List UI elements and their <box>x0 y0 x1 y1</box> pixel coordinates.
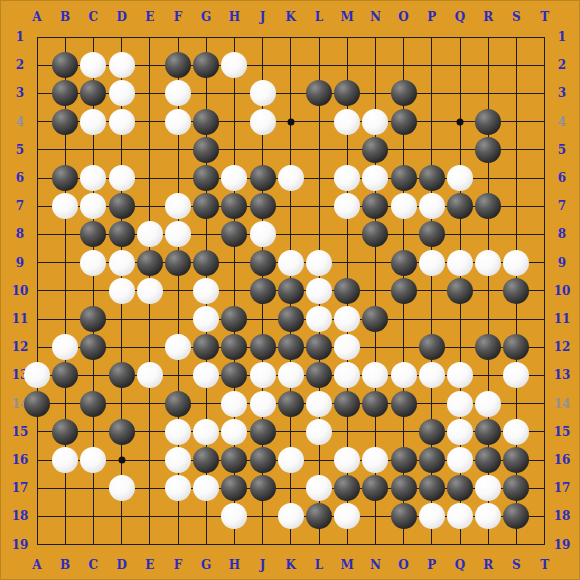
white-stone-E10[interactable] <box>137 278 163 304</box>
white-stone-L9[interactable] <box>306 250 332 276</box>
white-stone-P13[interactable] <box>419 362 445 388</box>
white-stone-B16[interactable] <box>52 447 78 473</box>
coordinate-label-5: 5 <box>558 143 566 157</box>
white-stone-P9[interactable] <box>419 250 445 276</box>
coordinate-label-10: 10 <box>554 284 571 298</box>
white-stone-R18[interactable] <box>475 503 501 529</box>
black-stone-J15[interactable] <box>250 419 276 445</box>
black-stone-J9[interactable] <box>250 250 276 276</box>
coordinate-label-O: O <box>398 10 408 24</box>
coordinate-label-L: L <box>315 558 323 572</box>
go-board[interactable]: ABCDEFGHJKLMNOPQRST ABCDEFGHJKLMNOPQRST … <box>0 0 580 580</box>
black-stone-H8[interactable] <box>221 221 247 247</box>
coordinate-label-12: 12 <box>12 340 29 354</box>
white-stone-F7[interactable] <box>165 193 191 219</box>
coordinate-label-C: C <box>89 558 99 572</box>
coordinate-label-M: M <box>341 10 354 24</box>
black-stone-D13[interactable] <box>109 362 135 388</box>
white-stone-S13[interactable] <box>503 362 529 388</box>
black-stone-N5[interactable] <box>362 137 388 163</box>
white-stone-G11[interactable] <box>193 306 219 332</box>
black-stone-P8[interactable] <box>419 221 445 247</box>
black-stone-M17[interactable] <box>334 475 360 501</box>
black-stone-O9[interactable] <box>391 250 417 276</box>
black-stone-P17[interactable] <box>419 475 445 501</box>
black-stone-Q7[interactable] <box>447 193 473 219</box>
coordinate-label-O: O <box>398 558 408 572</box>
white-stone-L17[interactable] <box>306 475 332 501</box>
coordinate-label-G: G <box>201 10 211 24</box>
white-stone-S15[interactable] <box>503 419 529 445</box>
coordinate-label-9: 9 <box>558 256 566 270</box>
coordinate-label-15: 15 <box>12 425 29 439</box>
white-stone-M12[interactable] <box>334 334 360 360</box>
white-stone-J13[interactable] <box>250 362 276 388</box>
white-stone-Q18[interactable] <box>447 503 473 529</box>
black-stone-R12[interactable] <box>475 334 501 360</box>
white-stone-G10[interactable] <box>193 278 219 304</box>
white-stone-H6[interactable] <box>221 165 247 191</box>
coordinate-label-D: D <box>116 10 126 24</box>
black-stone-L3[interactable] <box>306 80 332 106</box>
star-point-D16 <box>118 457 125 464</box>
white-stone-D17[interactable] <box>109 475 135 501</box>
white-stone-F12[interactable] <box>165 334 191 360</box>
coordinate-label-1: 1 <box>558 30 566 44</box>
black-stone-J7[interactable] <box>250 193 276 219</box>
coordinate-label-K: K <box>286 558 296 572</box>
black-stone-S17[interactable] <box>503 475 529 501</box>
white-stone-M11[interactable] <box>334 306 360 332</box>
coordinate-label-N: N <box>370 558 381 572</box>
coordinate-label-D: D <box>116 558 126 572</box>
black-stone-N17[interactable] <box>362 475 388 501</box>
white-stone-M13[interactable] <box>334 362 360 388</box>
black-stone-J12[interactable] <box>250 334 276 360</box>
white-stone-S9[interactable] <box>503 250 529 276</box>
black-stone-A14[interactable] <box>24 391 50 417</box>
coordinate-label-5: 5 <box>16 143 24 157</box>
coordinate-label-19: 19 <box>554 538 571 552</box>
black-stone-J6[interactable] <box>250 165 276 191</box>
black-stone-R15[interactable] <box>475 419 501 445</box>
white-stone-E8[interactable] <box>137 221 163 247</box>
white-stone-J3[interactable] <box>250 80 276 106</box>
coordinate-label-6: 6 <box>558 171 566 185</box>
black-stone-S18[interactable] <box>503 503 529 529</box>
black-stone-O6[interactable] <box>391 165 417 191</box>
white-stone-Q14[interactable] <box>447 391 473 417</box>
coordinate-label-B: B <box>60 558 70 572</box>
white-stone-G15[interactable] <box>193 419 219 445</box>
black-stone-K11[interactable] <box>278 306 304 332</box>
white-stone-J8[interactable] <box>250 221 276 247</box>
black-stone-B13[interactable] <box>52 362 78 388</box>
white-stone-O7[interactable] <box>391 193 417 219</box>
white-stone-H2[interactable] <box>221 52 247 78</box>
white-stone-P7[interactable] <box>419 193 445 219</box>
coordinate-label-14: 14 <box>554 397 571 411</box>
black-stone-L13[interactable] <box>306 362 332 388</box>
coordinate-label-16: 16 <box>554 453 571 467</box>
white-stone-Q16[interactable] <box>447 447 473 473</box>
black-stone-P12[interactable] <box>419 334 445 360</box>
black-stone-C12[interactable] <box>80 334 106 360</box>
coordinate-label-F: F <box>174 10 183 24</box>
black-stone-B6[interactable] <box>52 165 78 191</box>
black-stone-N7[interactable] <box>362 193 388 219</box>
black-stone-R5[interactable] <box>475 137 501 163</box>
coordinate-label-12: 12 <box>554 340 571 354</box>
white-stone-F16[interactable] <box>165 447 191 473</box>
black-stone-P16[interactable] <box>419 447 445 473</box>
coordinate-label-P: P <box>427 558 436 572</box>
coordinate-label-17: 17 <box>12 481 29 495</box>
black-stone-D8[interactable] <box>109 221 135 247</box>
black-stone-E9[interactable] <box>137 250 163 276</box>
black-stone-P15[interactable] <box>419 419 445 445</box>
white-stone-C16[interactable] <box>80 447 106 473</box>
black-stone-L18[interactable] <box>306 503 332 529</box>
white-stone-O13[interactable] <box>391 362 417 388</box>
white-stone-R17[interactable] <box>475 475 501 501</box>
white-stone-R9[interactable] <box>475 250 501 276</box>
white-stone-E13[interactable] <box>137 362 163 388</box>
black-stone-S16[interactable] <box>503 447 529 473</box>
black-stone-G4[interactable] <box>193 109 219 135</box>
coordinate-label-B: B <box>60 10 70 24</box>
black-stone-G7[interactable] <box>193 193 219 219</box>
coordinate-label-F: F <box>174 558 183 572</box>
coordinate-label-P: P <box>427 10 436 24</box>
coordinate-label-J: J <box>260 558 266 572</box>
black-stone-F2[interactable] <box>165 52 191 78</box>
coordinate-label-2: 2 <box>16 58 24 72</box>
white-stone-F15[interactable] <box>165 419 191 445</box>
white-stone-N6[interactable] <box>362 165 388 191</box>
black-stone-N14[interactable] <box>362 391 388 417</box>
coordinate-label-17: 17 <box>554 481 571 495</box>
black-stone-M14[interactable] <box>334 391 360 417</box>
white-stone-D3[interactable] <box>109 80 135 106</box>
coordinate-label-10: 10 <box>12 284 29 298</box>
coordinate-label-H: H <box>229 558 240 572</box>
coordinate-label-1: 1 <box>16 30 24 44</box>
black-stone-F9[interactable] <box>165 250 191 276</box>
coordinate-label-4: 4 <box>16 115 24 129</box>
black-stone-O4[interactable] <box>391 109 417 135</box>
black-stone-B4[interactable] <box>52 109 78 135</box>
black-stone-N8[interactable] <box>362 221 388 247</box>
coordinate-label-Q: Q <box>455 10 465 24</box>
white-stone-P18[interactable] <box>419 503 445 529</box>
white-stone-K18[interactable] <box>278 503 304 529</box>
coordinate-label-A: A <box>32 558 41 572</box>
coordinate-label-11: 11 <box>12 312 29 326</box>
white-stone-Q6[interactable] <box>447 165 473 191</box>
white-stone-D6[interactable] <box>109 165 135 191</box>
coordinate-label-8: 8 <box>558 227 566 241</box>
white-stone-Q15[interactable] <box>447 419 473 445</box>
black-stone-G16[interactable] <box>193 447 219 473</box>
white-stone-J14[interactable] <box>250 391 276 417</box>
black-stone-J17[interactable] <box>250 475 276 501</box>
white-stone-F17[interactable] <box>165 475 191 501</box>
black-stone-H12[interactable] <box>221 334 247 360</box>
white-stone-F8[interactable] <box>165 221 191 247</box>
coordinate-label-7: 7 <box>558 199 566 213</box>
black-stone-O16[interactable] <box>391 447 417 473</box>
white-stone-M6[interactable] <box>334 165 360 191</box>
white-stone-L15[interactable] <box>306 419 332 445</box>
white-stone-K13[interactable] <box>278 362 304 388</box>
white-stone-C2[interactable] <box>80 52 106 78</box>
grid-line-row-19 <box>37 544 546 545</box>
white-stone-F3[interactable] <box>165 80 191 106</box>
black-stone-R16[interactable] <box>475 447 501 473</box>
white-stone-B12[interactable] <box>52 334 78 360</box>
coordinate-label-6: 6 <box>16 171 24 185</box>
white-stone-D10[interactable] <box>109 278 135 304</box>
black-stone-B15[interactable] <box>52 419 78 445</box>
coordinate-label-K: K <box>286 10 296 24</box>
black-stone-M3[interactable] <box>334 80 360 106</box>
black-stone-Q17[interactable] <box>447 475 473 501</box>
black-stone-J10[interactable] <box>250 278 276 304</box>
coordinate-label-13: 13 <box>554 368 571 382</box>
white-stone-Q9[interactable] <box>447 250 473 276</box>
grid-line-col-T <box>544 37 545 546</box>
black-stone-O18[interactable] <box>391 503 417 529</box>
white-stone-C6[interactable] <box>80 165 106 191</box>
white-stone-G17[interactable] <box>193 475 219 501</box>
coordinate-label-G: G <box>201 558 211 572</box>
coordinate-label-8: 8 <box>16 227 24 241</box>
white-stone-K16[interactable] <box>278 447 304 473</box>
white-stone-H18[interactable] <box>221 503 247 529</box>
black-stone-K10[interactable] <box>278 278 304 304</box>
black-stone-Q10[interactable] <box>447 278 473 304</box>
coordinate-label-18: 18 <box>554 509 571 523</box>
black-stone-P6[interactable] <box>419 165 445 191</box>
black-stone-S12[interactable] <box>503 334 529 360</box>
coordinate-label-N: N <box>370 10 381 24</box>
black-stone-F14[interactable] <box>165 391 191 417</box>
black-stone-R4[interactable] <box>475 109 501 135</box>
black-stone-S10[interactable] <box>503 278 529 304</box>
white-stone-K9[interactable] <box>278 250 304 276</box>
white-stone-M18[interactable] <box>334 503 360 529</box>
coordinate-label-S: S <box>512 10 521 24</box>
coordinate-label-3: 3 <box>16 86 24 100</box>
white-stone-D9[interactable] <box>109 250 135 276</box>
coordinate-label-T: T <box>540 558 549 572</box>
black-stone-N11[interactable] <box>362 306 388 332</box>
black-stone-G12[interactable] <box>193 334 219 360</box>
white-stone-M7[interactable] <box>334 193 360 219</box>
coordinate-label-H: H <box>229 10 240 24</box>
coordinate-label-11: 11 <box>554 312 571 326</box>
black-stone-C3[interactable] <box>80 80 106 106</box>
white-stone-L10[interactable] <box>306 278 332 304</box>
coordinate-label-16: 16 <box>12 453 29 467</box>
black-stone-H17[interactable] <box>221 475 247 501</box>
black-stone-H11[interactable] <box>221 306 247 332</box>
coordinate-label-2: 2 <box>558 58 566 72</box>
star-point-K4 <box>287 118 294 125</box>
black-stone-C11[interactable] <box>80 306 106 332</box>
white-stone-C4[interactable] <box>80 109 106 135</box>
coordinate-label-E: E <box>145 558 154 572</box>
black-stone-K14[interactable] <box>278 391 304 417</box>
coordinate-label-15: 15 <box>554 425 571 439</box>
coordinate-label-S: S <box>512 558 521 572</box>
black-stone-L12[interactable] <box>306 334 332 360</box>
white-stone-K6[interactable] <box>278 165 304 191</box>
black-stone-B3[interactable] <box>52 80 78 106</box>
white-stone-F4[interactable] <box>165 109 191 135</box>
white-stone-B7[interactable] <box>52 193 78 219</box>
black-stone-C14[interactable] <box>80 391 106 417</box>
white-stone-L11[interactable] <box>306 306 332 332</box>
white-stone-Q13[interactable] <box>447 362 473 388</box>
coordinate-label-E: E <box>145 10 154 24</box>
white-stone-D4[interactable] <box>109 109 135 135</box>
coordinate-label-Q: Q <box>455 558 465 572</box>
black-stone-O17[interactable] <box>391 475 417 501</box>
white-stone-C7[interactable] <box>80 193 106 219</box>
white-stone-H15[interactable] <box>221 419 247 445</box>
white-stone-N13[interactable] <box>362 362 388 388</box>
white-stone-R14[interactable] <box>475 391 501 417</box>
star-point-Q4 <box>457 118 464 125</box>
coordinate-label-L: L <box>315 10 323 24</box>
black-stone-J16[interactable] <box>250 447 276 473</box>
white-stone-M16[interactable] <box>334 447 360 473</box>
white-stone-L14[interactable] <box>306 391 332 417</box>
coordinate-label-7: 7 <box>16 199 24 213</box>
black-stone-B2[interactable] <box>52 52 78 78</box>
white-stone-N16[interactable] <box>362 447 388 473</box>
black-stone-K12[interactable] <box>278 334 304 360</box>
black-stone-C8[interactable] <box>80 221 106 247</box>
black-stone-G5[interactable] <box>193 137 219 163</box>
black-stone-D7[interactable] <box>109 193 135 219</box>
black-stone-O10[interactable] <box>391 278 417 304</box>
coordinate-label-19: 19 <box>12 538 29 552</box>
black-stone-G9[interactable] <box>193 250 219 276</box>
black-stone-H7[interactable] <box>221 193 247 219</box>
white-stone-J4[interactable] <box>250 109 276 135</box>
white-stone-M4[interactable] <box>334 109 360 135</box>
black-stone-G6[interactable] <box>193 165 219 191</box>
black-stone-O3[interactable] <box>391 80 417 106</box>
coordinate-label-T: T <box>540 10 549 24</box>
coordinate-label-18: 18 <box>12 509 29 523</box>
white-stone-A13[interactable] <box>24 362 50 388</box>
coordinate-label-4: 4 <box>558 115 566 129</box>
coordinate-label-C: C <box>89 10 99 24</box>
white-stone-G13[interactable] <box>193 362 219 388</box>
black-stone-H13[interactable] <box>221 362 247 388</box>
coordinate-label-R: R <box>483 10 493 24</box>
coordinate-label-R: R <box>483 558 493 572</box>
black-stone-R7[interactable] <box>475 193 501 219</box>
black-stone-G2[interactable] <box>193 52 219 78</box>
black-stone-O14[interactable] <box>391 391 417 417</box>
coordinate-label-M: M <box>341 558 354 572</box>
white-stone-C9[interactable] <box>80 250 106 276</box>
coordinate-label-J: J <box>260 10 266 24</box>
black-stone-M10[interactable] <box>334 278 360 304</box>
white-stone-N4[interactable] <box>362 109 388 135</box>
coordinate-label-A: A <box>32 10 41 24</box>
white-stone-H14[interactable] <box>221 391 247 417</box>
coordinate-label-3: 3 <box>558 86 566 100</box>
black-stone-D15[interactable] <box>109 419 135 445</box>
white-stone-D2[interactable] <box>109 52 135 78</box>
black-stone-H16[interactable] <box>221 447 247 473</box>
coordinate-label-9: 9 <box>16 256 24 270</box>
